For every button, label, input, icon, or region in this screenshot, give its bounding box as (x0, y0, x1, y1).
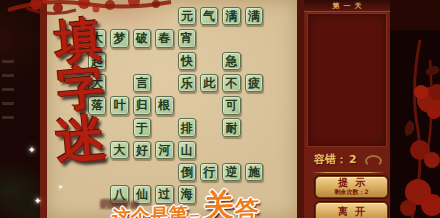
tile-r7c3[interactable]: 好 (133, 141, 151, 159)
faint-ui-mark (2, 116, 14, 119)
sparkle-effect: ✦ (58, 184, 63, 190)
tile-r2c3[interactable]: 破 (133, 29, 151, 47)
sparkle-effect: ✦ (28, 146, 36, 155)
tile-r4c7[interactable]: 不 (222, 74, 240, 92)
fault-tolerance-value: 2 (349, 153, 357, 166)
scroll-ornament-icon (365, 155, 382, 167)
tile-r2c5[interactable]: 宵 (178, 29, 196, 47)
tile-r4c6[interactable]: 此 (200, 74, 218, 92)
level-header: 第一天 (304, 0, 390, 12)
tile-r5c4[interactable]: 根 (155, 96, 173, 114)
tile-r7c5[interactable]: 山 (178, 141, 196, 159)
tile-r1c8[interactable]: 满 (245, 7, 263, 25)
tile-r8c7[interactable]: 逆 (222, 163, 240, 181)
fault-tolerance-row: 容错： 2 (314, 152, 382, 167)
tile-r7c4[interactable]: 河 (155, 141, 173, 159)
tile-r8c8[interactable]: 施 (245, 163, 263, 181)
tile-r1c6[interactable]: 气 (200, 7, 218, 25)
hint-remaining-label: 剩余次数：2 (334, 189, 368, 196)
tile-r4c8[interactable]: 疲 (245, 74, 263, 92)
leave-button[interactable]: 离开 (315, 202, 388, 218)
faint-ui-mark (2, 60, 14, 63)
right-background (390, 0, 440, 218)
faint-ui-mark (2, 102, 14, 105)
tile-r5c3[interactable]: 归 (133, 96, 151, 114)
tile-r4c5[interactable]: 乐 (178, 74, 196, 92)
caption-segment: 关 (202, 184, 234, 218)
gold-divider (311, 172, 385, 173)
fault-tolerance-label: 容错： (314, 152, 347, 167)
hint-button[interactable]: 提示 剩余次数：2 (315, 176, 388, 198)
level-header-label: 第一天 (329, 1, 366, 11)
tile-r6c3[interactable]: 于 (133, 118, 151, 136)
tile-r1c7[interactable]: 满 (222, 7, 240, 25)
tile-r7c2[interactable]: 大 (110, 141, 128, 159)
caption-segment: 答 (234, 193, 259, 218)
crossword-grid: 元气满满大梦破春宵起快急大言乐此不疲落叶归根可于排耐大好河山倒行逆施八仙过海 (88, 7, 263, 204)
tile-r4c3[interactable]: 言 (133, 74, 151, 92)
tile-r5c7[interactable]: 可 (222, 96, 240, 114)
answer-caption: 这个是第 一 关 答 (111, 183, 259, 218)
tile-r2c4[interactable]: 春 (155, 29, 173, 47)
tile-r2c2[interactable]: 梦 (110, 29, 128, 47)
tile-r8c5[interactable]: 倒 (178, 163, 196, 181)
tile-r5c2[interactable]: 叶 (110, 96, 128, 114)
tile-r3c7[interactable]: 急 (222, 52, 240, 70)
tile-r6c5[interactable]: 排 (178, 118, 196, 136)
faint-ui-mark (2, 74, 14, 77)
sparkle-effect: ✦ (34, 197, 42, 206)
faint-ui-mark (2, 88, 14, 91)
tile-r3c5[interactable]: 快 (178, 52, 196, 70)
clue-panel (307, 13, 387, 147)
caption-segment: 一 (189, 209, 199, 218)
leave-button-label: 离开 (331, 207, 372, 218)
logo-char-3: 迷 (53, 104, 109, 175)
tile-r1c5[interactable]: 元 (178, 7, 196, 25)
tile-r8c6[interactable]: 行 (200, 163, 218, 181)
sidebar-panel: 第一天 容错： 2 提示 剩余次数：2 离开 (304, 0, 390, 218)
peony-flower-decor (390, 0, 440, 218)
caption-segment: 这个是第 (111, 202, 188, 218)
game-screen: 元气满满大梦破春宵起快急大言乐此不疲落叶归根可于排耐大好河山倒行逆施八仙过海 填… (0, 0, 440, 218)
tile-r6c7[interactable]: 耐 (222, 118, 240, 136)
